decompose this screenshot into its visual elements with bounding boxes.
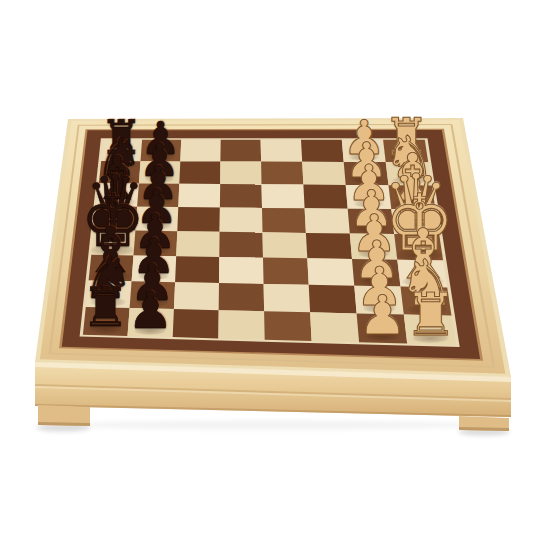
square-b7 (139, 161, 180, 184)
square-c5 (220, 184, 262, 208)
square-a2 (342, 140, 386, 162)
square-f4 (263, 258, 309, 285)
square-g2 (354, 286, 404, 315)
square-c8 (96, 183, 138, 206)
square-c3 (303, 185, 347, 209)
square-a8 (101, 140, 142, 162)
square-g7 (130, 281, 176, 309)
square-g5 (219, 283, 264, 311)
square-d4 (262, 208, 306, 233)
square-c1 (389, 185, 436, 209)
square-b6 (179, 161, 220, 184)
square-h1 (404, 315, 456, 345)
square-h4 (264, 311, 312, 341)
square-f1 (397, 260, 447, 288)
square-d1 (391, 209, 439, 235)
product-photo-page: { "game": "chess", "position": "rnbqkbnr… (0, 0, 550, 550)
square-d5 (220, 208, 263, 233)
square-h2 (357, 313, 408, 343)
square-c4 (262, 184, 305, 208)
square-e2 (350, 233, 398, 259)
square-f5 (219, 257, 264, 284)
square-b4 (261, 162, 303, 185)
square-g6 (174, 282, 219, 310)
square-a4 (261, 140, 303, 162)
square-e6 (176, 231, 219, 257)
square-d3 (305, 208, 350, 233)
square-d7 (135, 207, 178, 232)
square-h3 (310, 312, 359, 342)
square-f3 (307, 258, 354, 285)
square-b3 (302, 162, 346, 185)
square-g1 (401, 287, 452, 316)
square-a7 (141, 140, 182, 162)
square-a1 (383, 140, 428, 163)
square-c2 (346, 185, 392, 209)
square-e7 (134, 231, 178, 257)
square-h5 (218, 310, 264, 340)
square-h7 (128, 308, 174, 337)
square-b2 (344, 162, 389, 185)
square-h8 (83, 307, 130, 336)
chessboard-scene: ♜♟♟♜♞♟♟♞♝♟♟♝♛♟♟♛♚♟♟♚♝♟♟♝♞♟♟♞♜♟♟♜ (0, 0, 550, 550)
square-d8 (94, 206, 137, 230)
square-c6 (178, 184, 220, 208)
square-d2 (348, 209, 395, 234)
square-e4 (263, 232, 308, 258)
square-a6 (180, 140, 220, 162)
square-a3 (301, 140, 344, 162)
square-g3 (309, 285, 357, 314)
square-f2 (352, 259, 401, 287)
square-g8 (86, 280, 132, 308)
square-h6 (173, 309, 219, 338)
square-c7 (137, 184, 179, 208)
square-d6 (177, 207, 220, 232)
square-b8 (99, 161, 141, 184)
square-f6 (175, 256, 219, 283)
square-e5 (219, 232, 263, 258)
square-f8 (89, 255, 134, 281)
square-b5 (220, 162, 261, 185)
square-e8 (91, 230, 135, 255)
square-e1 (394, 234, 443, 261)
chess-board (0, 0, 550, 550)
square-g4 (264, 284, 311, 312)
board-ground-shadow (65, 421, 481, 430)
square-b1 (386, 162, 432, 185)
square-a5 (220, 140, 261, 162)
square-f7 (132, 256, 177, 283)
square-e3 (306, 233, 352, 259)
